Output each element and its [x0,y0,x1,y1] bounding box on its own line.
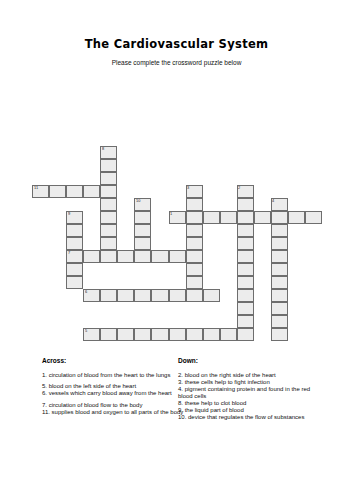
grid-cell-r4c12[interactable] [237,198,254,211]
clue-number-8: 8 [102,147,104,151]
grid-cell-r10c9[interactable] [186,276,203,289]
grid-cell-r5c11[interactable] [220,211,237,224]
grid-cell-r4c9[interactable] [186,198,203,211]
grid-cell-r6c6[interactable] [134,224,151,237]
grid-cell-r11c8[interactable] [169,289,186,302]
clue-down-9: 9. the liquid part of blood [178,407,321,414]
across-clues-header: Across: [42,357,66,364]
clue-number-2: 2 [238,186,240,190]
clue-number-3: 3 [187,186,189,190]
clue-number-9: 9 [68,212,70,216]
page-title: The Cardiovascular System [0,37,353,51]
grid-cell-r14c14[interactable] [271,328,288,341]
grid-cell-r8c9[interactable] [186,250,203,263]
grid-cell-r3c9[interactable]: 3 [186,185,203,198]
grid-cell-r14c7[interactable] [151,328,168,341]
grid-cell-r9c14[interactable] [271,263,288,276]
clue-number-11: 11 [34,186,38,190]
grid-cell-r5c16[interactable] [305,211,322,224]
grid-cell-r3c3[interactable] [83,185,100,198]
grid-cell-r3c4[interactable] [100,185,117,198]
grid-cell-r11c14[interactable] [271,289,288,302]
grid-cell-r5c4[interactable] [100,211,117,224]
page-subtitle: Please complete the crossword puzzle bel… [0,59,353,66]
grid-cell-r10c12[interactable] [237,276,254,289]
grid-cell-r8c6[interactable] [134,250,151,263]
grid-cell-r5c14[interactable] [271,211,288,224]
grid-cell-r5c10[interactable] [203,211,220,224]
grid-cell-r14c12[interactable] [237,328,254,341]
grid-cell-r3c1[interactable] [49,185,66,198]
grid-cell-r8c2[interactable]: 7 [66,250,83,263]
grid-cell-r8c7[interactable] [151,250,168,263]
grid-cell-r14c8[interactable] [169,328,186,341]
grid-cell-r8c12[interactable] [237,250,254,263]
grid-cell-r6c9[interactable] [186,224,203,237]
grid-cell-r7c9[interactable] [186,237,203,250]
grid-cell-r11c12[interactable] [237,289,254,302]
grid-cell-r9c2[interactable] [66,263,83,276]
grid-cell-r8c14[interactable] [271,250,288,263]
grid-cell-r4c6[interactable]: 10 [134,198,151,211]
grid-cell-r7c2[interactable] [66,237,83,250]
grid-cell-r14c9[interactable] [186,328,203,341]
grid-cell-r12c14[interactable] [271,302,288,315]
grid-cell-r11c10[interactable] [203,289,220,302]
grid-cell-r7c6[interactable] [134,237,151,250]
grid-cell-r3c12[interactable]: 2 [237,185,254,198]
clue-down-8: 8. these help to clot blood [178,400,321,407]
down-clues-header: Down: [178,357,198,364]
grid-cell-r14c5[interactable] [117,328,134,341]
clue-across-7: 7. circulation of blood flow to the body [42,402,192,409]
grid-cell-r5c15[interactable] [288,211,305,224]
clue-down-10: 10. device that regulates the flow of su… [178,414,321,421]
grid-cell-r2c4[interactable] [100,172,117,185]
clue-number-10: 10 [136,199,140,203]
grid-cell-r8c8[interactable] [169,250,186,263]
grid-cell-r4c4[interactable] [100,198,117,211]
worksheet-page: { "game": "crossword", "title": "The Car… [0,0,353,500]
grid-cell-r0c4[interactable]: 8 [100,146,117,159]
grid-cell-r3c0[interactable]: 11 [32,185,49,198]
grid-cell-r5c12[interactable] [237,211,254,224]
clue-number-4: 4 [272,199,274,203]
grid-cell-r12c12[interactable] [237,302,254,315]
grid-cell-r11c9[interactable] [186,289,203,302]
grid-cell-r6c14[interactable] [271,224,288,237]
grid-cell-r6c4[interactable] [100,224,117,237]
grid-cell-r13c12[interactable] [237,315,254,328]
grid-cell-r11c5[interactable] [117,289,134,302]
clue-number-5: 5 [85,329,87,333]
grid-cell-r11c3[interactable]: 6 [83,289,100,302]
grid-cell-r11c7[interactable] [151,289,168,302]
grid-cell-r7c4[interactable] [100,237,117,250]
clue-down-4: 4. pigment containing protein and found … [178,386,321,400]
grid-cell-r8c5[interactable] [117,250,134,263]
grid-cell-r8c4[interactable] [100,250,117,263]
across-clue-list: 1. circulation of blood from the heart t… [42,372,192,416]
grid-cell-r9c12[interactable] [237,263,254,276]
grid-cell-r3c2[interactable] [66,185,83,198]
clue-number-6: 6 [85,290,87,294]
grid-cell-r4c14[interactable]: 4 [271,198,288,211]
clue-number-7: 7 [68,251,70,255]
grid-cell-r1c4[interactable] [100,159,117,172]
grid-cell-r7c14[interactable] [271,237,288,250]
grid-cell-r10c14[interactable] [271,276,288,289]
clue-across-5: 5. blood on the left side of the heart [42,383,192,390]
grid-cell-r5c6[interactable] [134,211,151,224]
grid-cell-r8c3[interactable] [83,250,100,263]
grid-cell-r6c12[interactable] [237,224,254,237]
grid-cell-r14c3[interactable]: 5 [83,328,100,341]
crossword-board: 8113210491765 [32,146,323,342]
grid-cell-r5c8[interactable]: 1 [169,211,186,224]
grid-cell-r14c10[interactable] [203,328,220,341]
grid-cell-r7c12[interactable] [237,237,254,250]
grid-cell-r10c2[interactable] [66,276,83,289]
grid-cell-r13c14[interactable] [271,315,288,328]
down-clue-list: 2. blood on the right side of the heart3… [178,372,321,421]
clue-down-2: 2. blood on the right side of the heart [178,372,321,379]
grid-cell-r5c9[interactable] [186,211,203,224]
clue-across-6: 6. vessels which carry blood away from t… [42,390,192,397]
grid-cell-r6c2[interactable] [66,224,83,237]
grid-cell-r14c6[interactable] [134,328,151,341]
grid-cell-r14c4[interactable] [100,328,117,341]
clue-across-1: 1. circulation of blood from the heart t… [42,372,192,379]
grid-cell-r5c2[interactable]: 9 [66,211,83,224]
grid-cell-r11c4[interactable] [100,289,117,302]
grid-cell-r11c6[interactable] [134,289,151,302]
grid-cell-r9c9[interactable] [186,263,203,276]
clue-across-11: 11. supplies blood and oxygen to all par… [42,409,192,416]
clue-down-3: 3. these cells help to fight infection [178,379,321,386]
grid-cell-r14c11[interactable] [220,328,237,341]
grid-cell-r5c13[interactable] [254,211,271,224]
clue-number-1: 1 [170,212,172,216]
